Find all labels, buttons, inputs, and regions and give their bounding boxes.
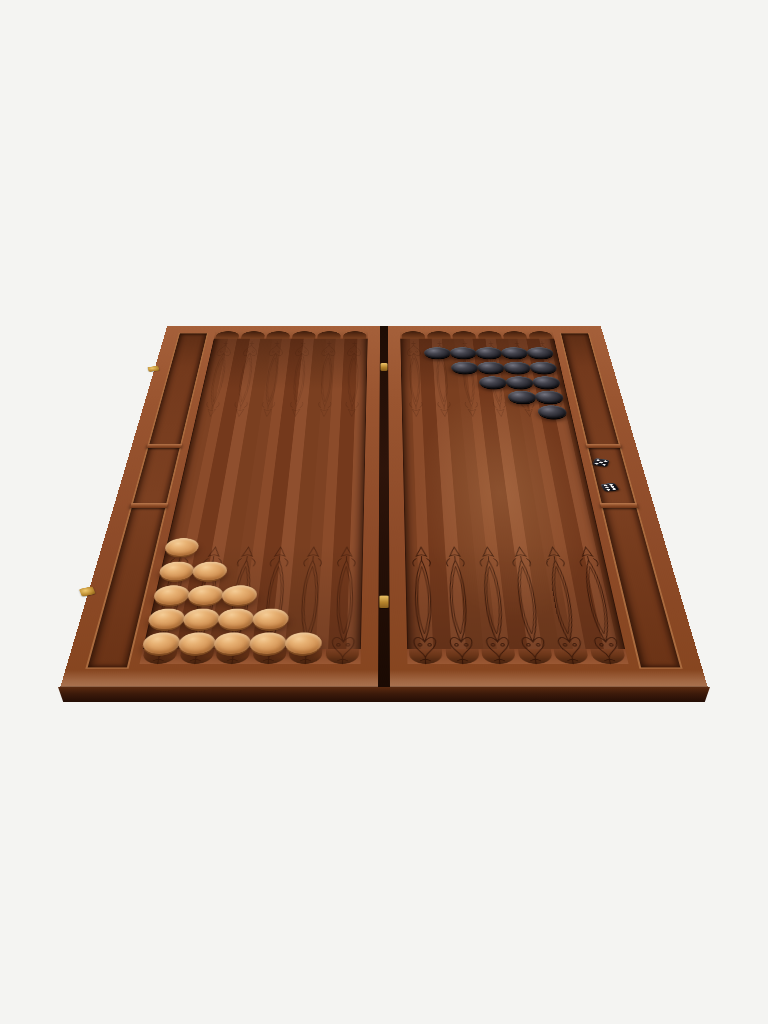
black-checker	[451, 362, 479, 374]
studio-backdrop	[0, 0, 768, 1024]
scallop-arch	[266, 331, 290, 338]
scallop-arch	[402, 331, 425, 338]
tray-divider	[130, 503, 168, 508]
board-point	[323, 544, 363, 668]
black-checker	[478, 376, 507, 388]
carved-point-motif	[342, 339, 364, 419]
scallop-arch	[528, 331, 553, 338]
board-left-half	[60, 326, 380, 688]
case-front-edge	[58, 687, 710, 702]
scallop-arch	[427, 331, 451, 338]
black-checker	[424, 347, 451, 358]
tray-divider	[600, 503, 638, 508]
scallop-arch	[318, 331, 342, 338]
carved-points-near	[405, 541, 630, 668]
scene	[0, 0, 768, 1024]
tray-divider	[586, 444, 621, 448]
black-checker	[475, 347, 503, 358]
carved-points-far	[192, 339, 368, 436]
scallop-arch	[343, 331, 366, 338]
black-die-6	[600, 483, 620, 492]
carved-point-motif	[285, 339, 312, 419]
black-checker	[477, 362, 505, 374]
black-die-5	[592, 458, 610, 467]
carved-point-motif	[404, 339, 426, 419]
scallop-arch	[503, 331, 527, 338]
board-right-half	[388, 326, 708, 688]
scallop-arch	[478, 331, 502, 338]
scallop-edge-top	[214, 331, 368, 338]
scallop-arch	[292, 331, 316, 338]
scallop-arch	[241, 331, 265, 338]
tray-divider	[147, 444, 182, 448]
scallop-edge-top	[400, 331, 554, 338]
brass-hinge	[379, 596, 388, 609]
backgammon-board	[60, 326, 708, 688]
black-checker	[449, 347, 477, 358]
scallop-arch	[215, 331, 240, 338]
carved-point-motif	[314, 339, 339, 419]
board-point	[338, 339, 368, 419]
carved-point-motif	[327, 544, 361, 668]
scallop-arch	[452, 331, 476, 338]
carved-point-motif	[408, 544, 442, 668]
brass-hinge	[380, 363, 387, 370]
